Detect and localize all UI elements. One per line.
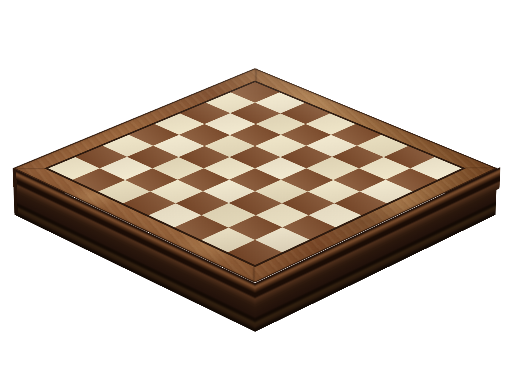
- product-photo-canvas: [0, 0, 510, 377]
- frame-mitre-joint: [253, 267, 255, 283]
- frame-mitre-joint: [255, 68, 257, 81]
- perspective-viewport: [0, 0, 510, 377]
- chess-board: [15, 113, 496, 332]
- frame-mitre-joint: [13, 168, 45, 169]
- frame-mitre-joint: [465, 167, 497, 168]
- board-top-surface: [13, 68, 497, 283]
